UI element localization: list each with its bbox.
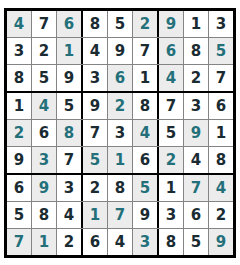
cell-r4c2-given[interactable]: 4	[32, 93, 57, 119]
cell-r3c9-solved[interactable]: 7	[209, 65, 233, 91]
board-row-9: 712643859	[7, 229, 233, 255]
board-row-3: 859361427	[7, 65, 233, 93]
cell-r6c5-given[interactable]: 1	[108, 147, 133, 173]
cell-r8c6-solved[interactable]: 9	[133, 202, 159, 228]
cell-r2c4-solved[interactable]: 4	[83, 38, 108, 64]
cell-r3c1-solved[interactable]: 8	[7, 65, 32, 91]
cell-r2c6-solved[interactable]: 7	[133, 38, 159, 64]
cell-r4c5-given[interactable]: 2	[108, 93, 133, 119]
cell-r1c2-solved[interactable]: 7	[32, 11, 57, 37]
cell-r5c7-solved[interactable]: 5	[159, 120, 184, 146]
board-row-2: 321497685	[7, 38, 233, 65]
cell-r5c4-solved[interactable]: 7	[83, 120, 108, 146]
board-row-4: 145928736	[7, 93, 233, 120]
cell-r9c3-solved[interactable]: 2	[57, 229, 83, 255]
cell-r7c7-solved[interactable]: 1	[159, 175, 184, 201]
cell-r5c5-solved[interactable]: 3	[108, 120, 133, 146]
cell-r6c1-solved[interactable]: 9	[7, 147, 32, 173]
cell-r9c2-given[interactable]: 1	[32, 229, 57, 255]
cell-r6c6-solved[interactable]: 6	[133, 147, 159, 173]
cell-r8c7-solved[interactable]: 3	[159, 202, 184, 228]
cell-r7c5-solved[interactable]: 8	[108, 175, 133, 201]
cell-r7c8-given[interactable]: 7	[184, 175, 209, 201]
board-row-1: 476852913	[7, 11, 233, 38]
cell-r2c5-solved[interactable]: 9	[108, 38, 133, 64]
cell-r9c9-given[interactable]: 9	[209, 229, 233, 255]
cell-r1c8-solved[interactable]: 1	[184, 11, 209, 37]
cell-r2c8-solved[interactable]: 8	[184, 38, 209, 64]
board-row-6: 937516248	[7, 147, 233, 175]
cell-r4c8-solved[interactable]: 3	[184, 93, 209, 119]
cell-r1c6-given[interactable]: 2	[133, 11, 159, 37]
cell-r3c3-solved[interactable]: 9	[57, 65, 83, 91]
cell-r3c6-solved[interactable]: 1	[133, 65, 159, 91]
cell-r8c3-solved[interactable]: 4	[57, 202, 83, 228]
cell-r3c4-solved[interactable]: 3	[83, 65, 108, 91]
cell-r5c6-given[interactable]: 4	[133, 120, 159, 146]
sudoku-board: 4768529133214976858593614271459287362687…	[4, 8, 236, 258]
cell-r9c8-solved[interactable]: 5	[184, 229, 209, 255]
cell-r5c1-given[interactable]: 2	[7, 120, 32, 146]
cell-r2c2-solved[interactable]: 2	[32, 38, 57, 64]
cell-r5c2-solved[interactable]: 6	[32, 120, 57, 146]
cell-r1c5-solved[interactable]: 5	[108, 11, 133, 37]
cell-r6c3-solved[interactable]: 7	[57, 147, 83, 173]
cell-r9c6-given[interactable]: 3	[133, 229, 159, 255]
cell-r7c4-solved[interactable]: 2	[83, 175, 108, 201]
cell-r8c8-solved[interactable]: 6	[184, 202, 209, 228]
cell-r5c8-given[interactable]: 9	[184, 120, 209, 146]
cell-r6c4-given[interactable]: 5	[83, 147, 108, 173]
board-row-7: 693285174	[7, 175, 233, 202]
cell-r9c5-solved[interactable]: 4	[108, 229, 133, 255]
cell-r8c2-solved[interactable]: 8	[32, 202, 57, 228]
cell-r9c4-solved[interactable]: 6	[83, 229, 108, 255]
cell-r4c6-solved[interactable]: 8	[133, 93, 159, 119]
cell-r2c9-given[interactable]: 5	[209, 38, 233, 64]
board-row-5: 268734591	[7, 120, 233, 147]
cell-r7c1-solved[interactable]: 6	[7, 175, 32, 201]
cell-r1c3-given[interactable]: 6	[57, 11, 83, 37]
cell-r3c8-solved[interactable]: 2	[184, 65, 209, 91]
cell-r2c1-solved[interactable]: 3	[7, 38, 32, 64]
cell-r3c7-given[interactable]: 4	[159, 65, 184, 91]
cell-r4c7-solved[interactable]: 7	[159, 93, 184, 119]
cell-r6c8-solved[interactable]: 4	[184, 147, 209, 173]
cell-r8c9-solved[interactable]: 2	[209, 202, 233, 228]
cell-r1c1-given[interactable]: 4	[7, 11, 32, 37]
cell-r6c9-solved[interactable]: 8	[209, 147, 233, 173]
cell-r1c9-solved[interactable]: 3	[209, 11, 233, 37]
cell-r5c9-solved[interactable]: 1	[209, 120, 233, 146]
cell-r8c5-given[interactable]: 7	[108, 202, 133, 228]
cell-r2c3-given[interactable]: 1	[57, 38, 83, 64]
cell-r7c2-given[interactable]: 9	[32, 175, 57, 201]
cell-r6c7-given[interactable]: 2	[159, 147, 184, 173]
cell-r9c7-solved[interactable]: 8	[159, 229, 184, 255]
cell-r3c2-solved[interactable]: 5	[32, 65, 57, 91]
sudoku-page: 4768529133214976858593614271459287362687…	[0, 0, 240, 265]
cell-r6c2-given[interactable]: 3	[32, 147, 57, 173]
cell-r4c9-solved[interactable]: 6	[209, 93, 233, 119]
cell-r4c1-solved[interactable]: 1	[7, 93, 32, 119]
cell-r2c7-given[interactable]: 6	[159, 38, 184, 64]
cell-r8c1-solved[interactable]: 5	[7, 202, 32, 228]
cell-r1c4-solved[interactable]: 8	[83, 11, 108, 37]
cell-r7c3-solved[interactable]: 3	[57, 175, 83, 201]
cell-r9c1-given[interactable]: 7	[7, 229, 32, 255]
cell-r4c3-solved[interactable]: 5	[57, 93, 83, 119]
board-row-8: 584179362	[7, 202, 233, 229]
cell-r4c4-solved[interactable]: 9	[83, 93, 108, 119]
cell-r8c4-given[interactable]: 1	[83, 202, 108, 228]
cell-r1c7-given[interactable]: 9	[159, 11, 184, 37]
cell-r7c9-given[interactable]: 4	[209, 175, 233, 201]
cell-r3c5-given[interactable]: 6	[108, 65, 133, 91]
cell-r7c6-given[interactable]: 5	[133, 175, 159, 201]
cell-r5c3-given[interactable]: 8	[57, 120, 83, 146]
